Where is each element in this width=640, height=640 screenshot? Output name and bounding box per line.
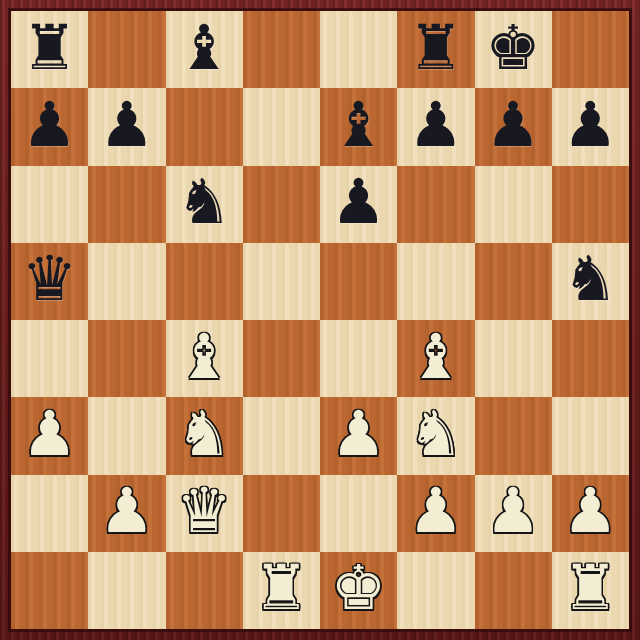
square-d2[interactable] bbox=[243, 475, 320, 552]
square-f5[interactable] bbox=[397, 243, 474, 320]
square-g3[interactable] bbox=[475, 397, 552, 474]
white-pawn-piece: ♟ bbox=[99, 480, 155, 542]
square-e1[interactable]: ♚ bbox=[320, 552, 397, 629]
square-e5[interactable] bbox=[320, 243, 397, 320]
square-f3[interactable]: ♞ bbox=[397, 397, 474, 474]
square-b7[interactable]: ♟ bbox=[88, 88, 165, 165]
square-b2[interactable]: ♟ bbox=[88, 475, 165, 552]
black-knight-piece: ♞ bbox=[563, 248, 619, 310]
square-d6[interactable] bbox=[243, 166, 320, 243]
square-f2[interactable]: ♟ bbox=[397, 475, 474, 552]
square-a7[interactable]: ♟ bbox=[11, 88, 88, 165]
black-pawn-piece: ♟ bbox=[22, 94, 78, 156]
square-b1[interactable] bbox=[88, 552, 165, 629]
square-f6[interactable] bbox=[397, 166, 474, 243]
square-e2[interactable] bbox=[320, 475, 397, 552]
square-b3[interactable] bbox=[88, 397, 165, 474]
black-knight-piece: ♞ bbox=[176, 171, 232, 233]
square-b8[interactable] bbox=[88, 11, 165, 88]
white-knight-piece: ♞ bbox=[176, 403, 232, 465]
square-b6[interactable] bbox=[88, 166, 165, 243]
white-pawn-piece: ♟ bbox=[331, 403, 387, 465]
black-king-piece: ♚ bbox=[485, 17, 541, 79]
square-e7[interactable]: ♝ bbox=[320, 88, 397, 165]
square-g2[interactable]: ♟ bbox=[475, 475, 552, 552]
square-c7[interactable] bbox=[166, 88, 243, 165]
square-d4[interactable] bbox=[243, 320, 320, 397]
square-h6[interactable] bbox=[552, 166, 629, 243]
square-h7[interactable]: ♟ bbox=[552, 88, 629, 165]
square-a4[interactable] bbox=[11, 320, 88, 397]
white-rook-piece: ♜ bbox=[563, 557, 619, 619]
board-frame: ♜♝♜♚♟♟♝♟♟♟♞♟♛♞♝♝♟♞♟♞♟♛♟♟♟♜♚♜ bbox=[0, 0, 640, 640]
square-g6[interactable] bbox=[475, 166, 552, 243]
white-pawn-piece: ♟ bbox=[563, 480, 619, 542]
chess-board: ♜♝♜♚♟♟♝♟♟♟♞♟♛♞♝♝♟♞♟♞♟♛♟♟♟♜♚♜ bbox=[11, 11, 629, 629]
square-g5[interactable] bbox=[475, 243, 552, 320]
black-pawn-piece: ♟ bbox=[331, 171, 387, 233]
square-h2[interactable]: ♟ bbox=[552, 475, 629, 552]
square-h1[interactable]: ♜ bbox=[552, 552, 629, 629]
square-f1[interactable] bbox=[397, 552, 474, 629]
square-d5[interactable] bbox=[243, 243, 320, 320]
square-d7[interactable] bbox=[243, 88, 320, 165]
black-rook-piece: ♜ bbox=[22, 17, 78, 79]
square-a8[interactable]: ♜ bbox=[11, 11, 88, 88]
square-e6[interactable]: ♟ bbox=[320, 166, 397, 243]
white-king-piece: ♚ bbox=[331, 557, 387, 619]
square-f8[interactable]: ♜ bbox=[397, 11, 474, 88]
square-a6[interactable] bbox=[11, 166, 88, 243]
black-queen-piece: ♛ bbox=[22, 248, 78, 310]
black-pawn-piece: ♟ bbox=[485, 94, 541, 156]
square-c8[interactable]: ♝ bbox=[166, 11, 243, 88]
square-e8[interactable] bbox=[320, 11, 397, 88]
square-c6[interactable]: ♞ bbox=[166, 166, 243, 243]
black-rook-piece: ♜ bbox=[408, 17, 464, 79]
white-bishop-piece: ♝ bbox=[176, 326, 232, 388]
square-c2[interactable]: ♛ bbox=[166, 475, 243, 552]
white-rook-piece: ♜ bbox=[254, 557, 310, 619]
white-bishop-piece: ♝ bbox=[408, 326, 464, 388]
square-g4[interactable] bbox=[475, 320, 552, 397]
white-knight-piece: ♞ bbox=[408, 403, 464, 465]
black-pawn-piece: ♟ bbox=[563, 94, 619, 156]
square-c3[interactable]: ♞ bbox=[166, 397, 243, 474]
square-f7[interactable]: ♟ bbox=[397, 88, 474, 165]
black-bishop-piece: ♝ bbox=[176, 17, 232, 79]
square-h8[interactable] bbox=[552, 11, 629, 88]
black-pawn-piece: ♟ bbox=[99, 94, 155, 156]
square-e3[interactable]: ♟ bbox=[320, 397, 397, 474]
square-a1[interactable] bbox=[11, 552, 88, 629]
square-g8[interactable]: ♚ bbox=[475, 11, 552, 88]
square-b5[interactable] bbox=[88, 243, 165, 320]
white-pawn-piece: ♟ bbox=[485, 480, 541, 542]
square-c4[interactable]: ♝ bbox=[166, 320, 243, 397]
white-pawn-piece: ♟ bbox=[22, 403, 78, 465]
square-c5[interactable] bbox=[166, 243, 243, 320]
square-d1[interactable]: ♜ bbox=[243, 552, 320, 629]
square-a2[interactable] bbox=[11, 475, 88, 552]
square-c1[interactable] bbox=[166, 552, 243, 629]
square-g1[interactable] bbox=[475, 552, 552, 629]
square-h5[interactable]: ♞ bbox=[552, 243, 629, 320]
square-d3[interactable] bbox=[243, 397, 320, 474]
square-d8[interactable] bbox=[243, 11, 320, 88]
square-a5[interactable]: ♛ bbox=[11, 243, 88, 320]
square-b4[interactable] bbox=[88, 320, 165, 397]
white-pawn-piece: ♟ bbox=[408, 480, 464, 542]
black-bishop-piece: ♝ bbox=[331, 94, 387, 156]
square-h4[interactable] bbox=[552, 320, 629, 397]
square-f4[interactable]: ♝ bbox=[397, 320, 474, 397]
square-e4[interactable] bbox=[320, 320, 397, 397]
square-h3[interactable] bbox=[552, 397, 629, 474]
square-g7[interactable]: ♟ bbox=[475, 88, 552, 165]
square-a3[interactable]: ♟ bbox=[11, 397, 88, 474]
black-pawn-piece: ♟ bbox=[408, 94, 464, 156]
white-queen-piece: ♛ bbox=[176, 480, 232, 542]
